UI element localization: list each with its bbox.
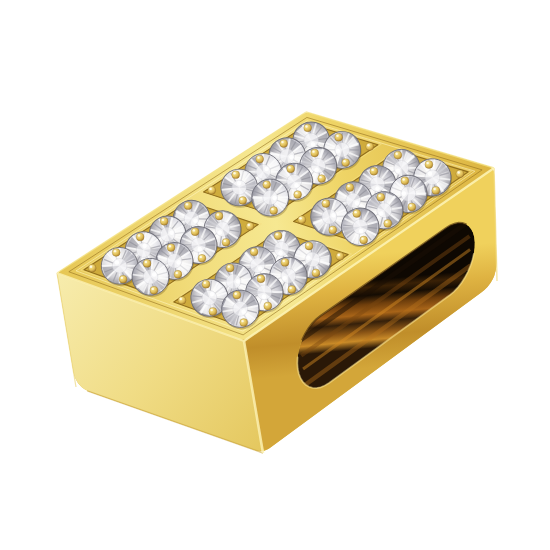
prong-bead xyxy=(311,149,319,157)
prong-bead xyxy=(239,196,247,204)
prong-bead xyxy=(329,226,337,234)
prong-bead xyxy=(288,285,296,293)
prong-bead xyxy=(257,275,265,283)
prong-bead xyxy=(191,228,199,236)
prong-bead xyxy=(353,210,361,218)
prong-bead xyxy=(432,186,440,194)
prong-bead xyxy=(240,319,248,327)
prong-bead xyxy=(312,269,320,277)
prong-bead xyxy=(222,238,230,246)
prong-bead xyxy=(209,307,217,315)
prong-bead xyxy=(346,183,354,191)
prong-bead xyxy=(335,133,343,141)
prong-bead xyxy=(232,171,240,179)
prong-bead xyxy=(119,275,127,283)
prong-bead xyxy=(377,193,385,201)
prong-bead xyxy=(318,175,326,183)
prong-bead xyxy=(215,212,223,220)
prong-bead xyxy=(298,216,306,224)
prong-bead xyxy=(178,296,186,304)
prong-bead xyxy=(226,264,234,272)
prong-bead xyxy=(174,270,182,278)
prong-bead xyxy=(280,140,288,148)
prong-bead xyxy=(408,203,416,211)
prong-bead xyxy=(263,181,271,189)
prong-bead xyxy=(294,191,302,199)
prong-bead xyxy=(143,259,151,267)
prong-bead xyxy=(304,124,312,132)
prong-bead xyxy=(456,170,464,178)
prong-bead xyxy=(322,200,330,208)
prong-bead xyxy=(256,155,264,163)
prong-bead xyxy=(342,159,350,167)
prong-bead xyxy=(370,167,378,175)
prong-bead xyxy=(394,151,402,159)
prong-bead xyxy=(401,177,409,185)
render-stage xyxy=(0,0,550,550)
prong-bead xyxy=(384,220,392,228)
prong-bead xyxy=(274,232,282,240)
prong-bead xyxy=(250,248,258,256)
prong-bead xyxy=(208,186,216,194)
jewelry-product-render xyxy=(0,0,550,550)
prong-bead xyxy=(336,252,344,260)
prong-bead xyxy=(167,244,175,252)
prong-bead xyxy=(366,143,374,151)
prong-bead xyxy=(264,302,272,310)
prong-bead xyxy=(202,280,210,288)
prong-bead xyxy=(246,222,254,230)
prong-bead xyxy=(281,258,289,266)
prong-bead xyxy=(287,165,295,173)
prong-bead xyxy=(112,249,120,257)
prong-bead xyxy=(360,236,368,244)
prong-bead xyxy=(305,242,313,250)
prong-bead xyxy=(160,217,168,225)
prong-bead xyxy=(425,161,433,169)
prong-bead xyxy=(198,254,206,262)
prong-bead xyxy=(150,286,158,294)
prong-bead xyxy=(88,264,96,272)
prong-bead xyxy=(136,233,144,241)
prong-bead xyxy=(233,291,241,299)
prong-bead xyxy=(184,202,192,210)
prong-bead xyxy=(270,207,278,215)
